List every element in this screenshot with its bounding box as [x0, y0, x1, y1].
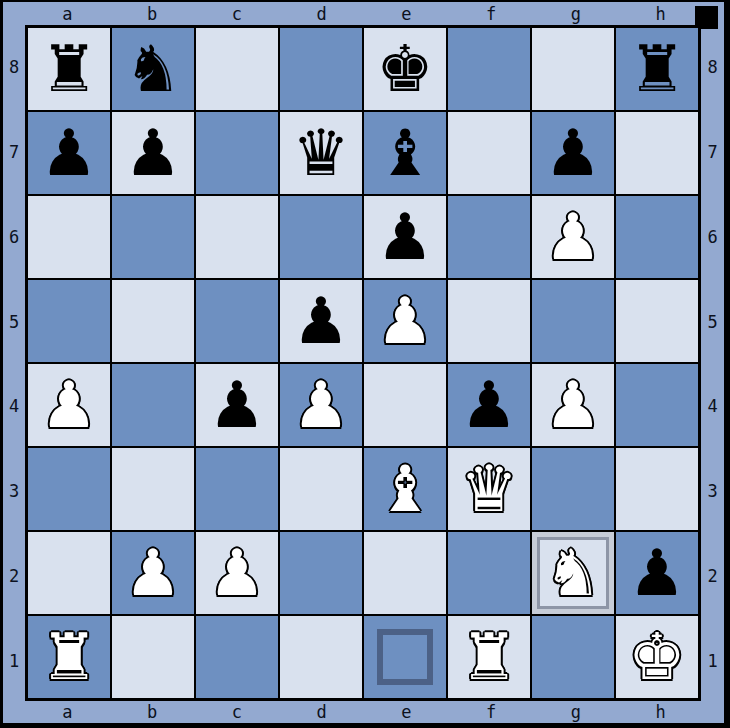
- rank-label-1: 1: [701, 618, 724, 703]
- square-h1[interactable]: ♚: [616, 616, 698, 698]
- square-g3[interactable]: [532, 448, 614, 530]
- rank-label-6: 6: [701, 195, 724, 280]
- file-label-h: h: [618, 2, 703, 25]
- square-a4[interactable]: ♟: [28, 364, 110, 446]
- square-c2[interactable]: ♟: [196, 532, 278, 614]
- square-b5[interactable]: [112, 280, 194, 362]
- piece-black-queen: ♛: [292, 112, 349, 194]
- square-f4[interactable]: ♟: [448, 364, 530, 446]
- square-f7[interactable]: [448, 112, 530, 194]
- square-h5[interactable]: [616, 280, 698, 362]
- file-label-d: d: [279, 701, 364, 722]
- piece-black-pawn: ♟: [628, 532, 685, 614]
- piece-black-rook: ♜: [628, 28, 685, 110]
- piece-black-rook: ♜: [40, 28, 97, 110]
- square-d4[interactable]: ♟: [280, 364, 362, 446]
- last-move-origin-highlight: [377, 629, 433, 685]
- file-label-f: f: [449, 2, 534, 25]
- square-b7[interactable]: ♟: [112, 112, 194, 194]
- piece-white-rook: ♜: [460, 616, 517, 698]
- square-e2[interactable]: [364, 532, 446, 614]
- square-d6[interactable]: [280, 196, 362, 278]
- file-label-g: g: [534, 2, 619, 25]
- file-labels-bottom: abcdefgh: [25, 701, 703, 722]
- square-g5[interactable]: [532, 280, 614, 362]
- file-label-d: d: [279, 2, 364, 25]
- piece-black-pawn: ♟: [208, 364, 265, 446]
- chess-board: ♜♞♚♜♟♟♛♝♟♟♟♟♟♟♟♟♟♟♝♛♟♟♞♟♜♜♚: [25, 25, 701, 701]
- square-f3[interactable]: ♛: [448, 448, 530, 530]
- square-g4[interactable]: ♟: [532, 364, 614, 446]
- square-h4[interactable]: [616, 364, 698, 446]
- piece-black-knight: ♞: [124, 28, 181, 110]
- chess-app-window: abcdefgh abcdefgh 87654321 87654321 ♜♞♚♜…: [0, 0, 730, 728]
- square-g2[interactable]: ♞: [532, 532, 614, 614]
- piece-black-pawn: ♟: [40, 112, 97, 194]
- piece-white-pawn: ♟: [208, 532, 265, 614]
- piece-black-pawn: ♟: [292, 280, 349, 362]
- square-h8[interactable]: ♜: [616, 28, 698, 110]
- piece-white-pawn: ♟: [544, 196, 601, 278]
- square-g8[interactable]: [532, 28, 614, 110]
- square-b2[interactable]: ♟: [112, 532, 194, 614]
- square-g1[interactable]: [532, 616, 614, 698]
- piece-white-queen: ♛: [460, 448, 517, 530]
- square-c8[interactable]: [196, 28, 278, 110]
- square-c3[interactable]: [196, 448, 278, 530]
- square-f8[interactable]: [448, 28, 530, 110]
- square-f2[interactable]: [448, 532, 530, 614]
- rank-label-2: 2: [701, 534, 724, 619]
- rank-label-5: 5: [3, 279, 25, 364]
- rank-label-3: 3: [701, 449, 724, 534]
- square-a3[interactable]: [28, 448, 110, 530]
- file-label-f: f: [449, 701, 534, 722]
- piece-white-bishop: ♝: [376, 448, 433, 530]
- file-label-b: b: [110, 2, 195, 25]
- square-a8[interactable]: ♜: [28, 28, 110, 110]
- square-e6[interactable]: ♟: [364, 196, 446, 278]
- square-c1[interactable]: [196, 616, 278, 698]
- file-label-c: c: [195, 701, 280, 722]
- file-label-e: e: [364, 2, 449, 25]
- square-h6[interactable]: [616, 196, 698, 278]
- piece-black-pawn: ♟: [376, 196, 433, 278]
- square-a1[interactable]: ♜: [28, 616, 110, 698]
- piece-white-pawn: ♟: [376, 280, 433, 362]
- square-e1[interactable]: [364, 616, 446, 698]
- square-f1[interactable]: ♜: [448, 616, 530, 698]
- square-a7[interactable]: ♟: [28, 112, 110, 194]
- piece-white-knight: ♞: [544, 532, 601, 614]
- square-f6[interactable]: [448, 196, 530, 278]
- rank-label-8: 8: [701, 25, 724, 110]
- piece-white-pawn: ♟: [544, 364, 601, 446]
- square-g7[interactable]: ♟: [532, 112, 614, 194]
- square-b8[interactable]: ♞: [112, 28, 194, 110]
- piece-white-pawn: ♟: [40, 364, 97, 446]
- square-e5[interactable]: ♟: [364, 280, 446, 362]
- rank-label-4: 4: [3, 364, 25, 449]
- piece-black-pawn: ♟: [460, 364, 517, 446]
- rank-labels-left: 87654321: [3, 25, 25, 703]
- rank-labels-right: 87654321: [701, 25, 724, 703]
- square-e3[interactable]: ♝: [364, 448, 446, 530]
- rank-label-3: 3: [3, 449, 25, 534]
- file-label-a: a: [25, 2, 110, 25]
- square-d1[interactable]: [280, 616, 362, 698]
- square-g6[interactable]: ♟: [532, 196, 614, 278]
- rank-label-2: 2: [3, 534, 25, 619]
- rank-label-6: 6: [3, 195, 25, 280]
- square-a6[interactable]: [28, 196, 110, 278]
- file-labels-top: abcdefgh: [25, 2, 703, 25]
- square-d3[interactable]: [280, 448, 362, 530]
- rank-label-1: 1: [3, 618, 25, 703]
- square-h2[interactable]: ♟: [616, 532, 698, 614]
- file-label-a: a: [25, 701, 110, 722]
- rank-label-5: 5: [701, 279, 724, 364]
- square-b1[interactable]: [112, 616, 194, 698]
- square-c7[interactable]: [196, 112, 278, 194]
- square-e8[interactable]: ♚: [364, 28, 446, 110]
- square-b4[interactable]: [112, 364, 194, 446]
- square-d2[interactable]: [280, 532, 362, 614]
- rank-label-8: 8: [3, 25, 25, 110]
- square-e7[interactable]: ♝: [364, 112, 446, 194]
- square-d5[interactable]: ♟: [280, 280, 362, 362]
- rank-label-4: 4: [701, 364, 724, 449]
- rank-label-7: 7: [3, 110, 25, 195]
- piece-white-pawn: ♟: [124, 532, 181, 614]
- square-c4[interactable]: ♟: [196, 364, 278, 446]
- square-b3[interactable]: [112, 448, 194, 530]
- piece-black-pawn: ♟: [124, 112, 181, 194]
- square-h7[interactable]: [616, 112, 698, 194]
- square-b6[interactable]: [112, 196, 194, 278]
- piece-black-bishop: ♝: [376, 112, 433, 194]
- rank-label-7: 7: [701, 110, 724, 195]
- file-label-h: h: [618, 701, 703, 722]
- square-d7[interactable]: ♛: [280, 112, 362, 194]
- square-e4[interactable]: [364, 364, 446, 446]
- file-label-b: b: [110, 701, 195, 722]
- piece-black-king: ♚: [376, 28, 433, 110]
- piece-white-king: ♚: [628, 616, 685, 698]
- piece-white-pawn: ♟: [292, 364, 349, 446]
- square-d8[interactable]: [280, 28, 362, 110]
- square-a2[interactable]: [28, 532, 110, 614]
- piece-black-pawn: ♟: [544, 112, 601, 194]
- piece-white-rook: ♜: [40, 616, 97, 698]
- square-c6[interactable]: [196, 196, 278, 278]
- file-label-g: g: [534, 701, 619, 722]
- square-h3[interactable]: [616, 448, 698, 530]
- file-label-c: c: [195, 2, 280, 25]
- square-c5[interactable]: [196, 280, 278, 362]
- square-f5[interactable]: [448, 280, 530, 362]
- file-label-e: e: [364, 701, 449, 722]
- square-a5[interactable]: [28, 280, 110, 362]
